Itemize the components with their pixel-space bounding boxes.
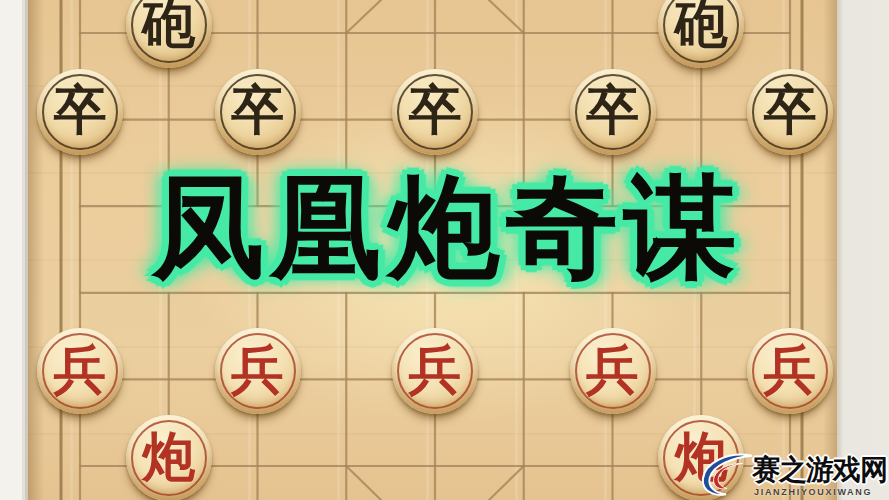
piece-black-soldier[interactable]: 卒: [747, 69, 833, 155]
right-background-strip: [837, 0, 889, 500]
site-watermark: 赛之游戏网 JIANZHIYOUXIWANG: [698, 448, 887, 500]
piece-glyph: 卒: [764, 83, 817, 136]
watermark-site-name: 赛之游戏网: [752, 455, 887, 486]
piece-glyph: 砲: [675, 0, 728, 50]
piece-glyph: 砲: [142, 0, 195, 50]
left-background-strip: [0, 0, 28, 500]
piece-glyph: 兵: [586, 343, 639, 396]
piece-black-soldier[interactable]: 卒: [215, 69, 301, 155]
piece-red-soldier[interactable]: 兵: [747, 328, 833, 414]
xiangqi-game-screen: 砲砲卒卒卒卒卒兵兵兵兵炮炮兵 凤凰炮奇谋 赛之游戏网 JIANZHIYOUXIW…: [0, 0, 889, 500]
watermark-site-name-latin: JIANZHIYOUXIWANG: [754, 487, 872, 497]
piece-glyph: 炮: [142, 430, 195, 483]
piece-glyph: 兵: [54, 343, 107, 396]
piece-red-soldier[interactable]: 兵: [570, 328, 656, 414]
strategy-title-text: 凤凰炮奇谋: [152, 168, 742, 286]
piece-red-soldier[interactable]: 兵: [392, 328, 478, 414]
site-logo-swoosh-icon: [698, 448, 756, 500]
piece-black-soldier[interactable]: 卒: [570, 69, 656, 155]
piece-glyph: 卒: [231, 83, 284, 136]
piece-black-soldier[interactable]: 卒: [392, 69, 478, 155]
piece-glyph: 卒: [409, 83, 462, 136]
piece-glyph: 兵: [409, 343, 462, 396]
piece-red-cannon[interactable]: 炮: [126, 415, 212, 500]
piece-glyph: 兵: [231, 343, 284, 396]
piece-black-soldier[interactable]: 卒: [37, 69, 123, 155]
piece-glyph: 卒: [586, 83, 639, 136]
piece-glyph: 兵: [764, 343, 817, 396]
piece-red-soldier[interactable]: 兵: [215, 328, 301, 414]
piece-glyph: 卒: [54, 83, 107, 136]
piece-red-soldier[interactable]: 兵: [37, 328, 123, 414]
